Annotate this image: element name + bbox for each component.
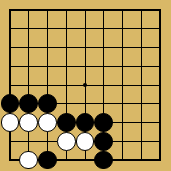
white-stone	[76, 132, 95, 151]
white-stone	[38, 113, 57, 132]
black-stone	[94, 151, 113, 170]
black-stone	[57, 113, 76, 132]
black-stone	[94, 113, 113, 132]
black-stone	[38, 151, 57, 170]
go-board[interactable]	[0, 0, 171, 171]
grid-line-vertical	[141, 10, 142, 160]
white-stone	[19, 151, 38, 170]
white-stone	[57, 132, 76, 151]
white-stone	[19, 113, 38, 132]
star-point	[83, 83, 87, 87]
grid-line-vertical	[122, 10, 123, 160]
black-stone	[38, 94, 57, 113]
black-stone	[76, 113, 95, 132]
black-stone	[94, 132, 113, 151]
white-stone	[1, 113, 20, 132]
